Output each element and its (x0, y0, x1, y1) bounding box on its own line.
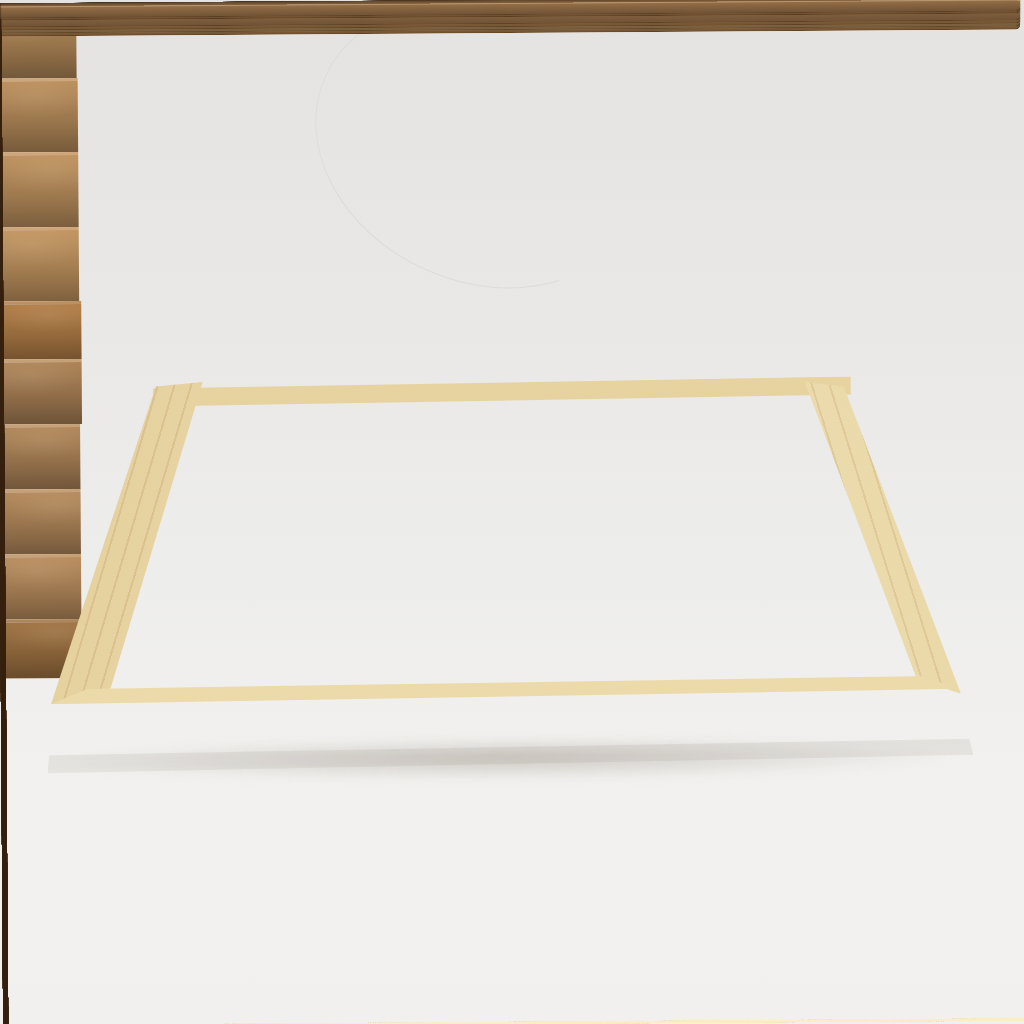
product-photo-scene (0, 0, 1024, 1024)
tray-group (0, 0, 1024, 1024)
tray-front-rail-highlight (0, 0, 1024, 1024)
